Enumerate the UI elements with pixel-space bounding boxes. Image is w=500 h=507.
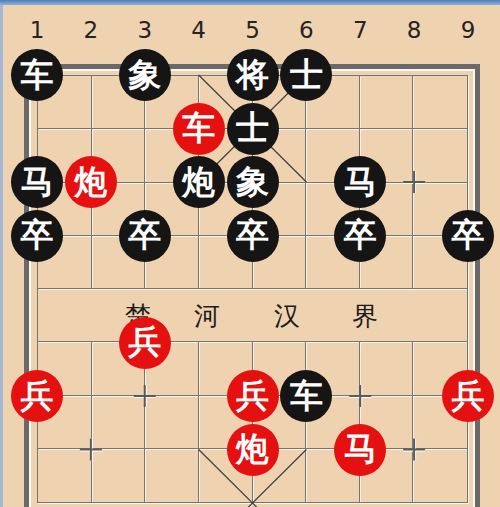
piece-red-cannon[interactable]: 炮 bbox=[227, 424, 279, 476]
piece-black-cannon[interactable]: 炮 bbox=[173, 156, 225, 208]
board-cell bbox=[413, 129, 467, 182]
window-top-border bbox=[0, 0, 500, 5]
piece-black-soldier[interactable]: 卒 bbox=[119, 210, 171, 262]
board-cell bbox=[38, 449, 92, 502]
river-character: 河 bbox=[194, 299, 220, 334]
board-cell bbox=[38, 289, 92, 342]
board-cell bbox=[92, 449, 146, 502]
piece-red-chariot[interactable]: 车 bbox=[173, 103, 225, 155]
piece-black-horse[interactable]: 马 bbox=[334, 156, 386, 208]
river-character: 汉 bbox=[274, 299, 300, 334]
column-label-5: 5 bbox=[245, 17, 260, 43]
piece-red-soldier[interactable]: 兵 bbox=[227, 370, 279, 422]
piece-black-chariot[interactable]: 车 bbox=[11, 49, 63, 101]
board-cell bbox=[413, 449, 467, 502]
piece-black-soldier[interactable]: 卒 bbox=[334, 210, 386, 262]
piece-black-soldier[interactable]: 卒 bbox=[442, 210, 494, 262]
column-label-7: 7 bbox=[353, 17, 368, 43]
piece-red-soldier[interactable]: 兵 bbox=[119, 317, 171, 369]
column-label-4: 4 bbox=[191, 17, 206, 43]
board-cell bbox=[413, 76, 467, 129]
window-left-border bbox=[0, 5, 3, 507]
column-label-9: 9 bbox=[461, 17, 476, 43]
piece-red-horse[interactable]: 马 bbox=[334, 424, 386, 476]
board-cell bbox=[360, 342, 414, 395]
river-character: 界 bbox=[352, 299, 378, 334]
piece-black-elephant[interactable]: 象 bbox=[227, 156, 279, 208]
board-cell bbox=[145, 449, 199, 502]
piece-red-soldier[interactable]: 兵 bbox=[11, 370, 63, 422]
piece-black-soldier[interactable]: 卒 bbox=[227, 210, 279, 262]
column-label-6: 6 bbox=[299, 17, 314, 43]
board-cell bbox=[92, 396, 146, 449]
board-cell bbox=[145, 396, 199, 449]
piece-black-general[interactable]: 将 bbox=[227, 49, 279, 101]
piece-red-soldier[interactable]: 兵 bbox=[442, 370, 494, 422]
piece-black-elephant[interactable]: 象 bbox=[119, 49, 171, 101]
piece-black-advisor[interactable]: 士 bbox=[280, 49, 332, 101]
board-cell bbox=[413, 289, 467, 342]
piece-black-chariot[interactable]: 车 bbox=[280, 370, 332, 422]
column-label-3: 3 bbox=[137, 17, 152, 43]
board-cell bbox=[360, 76, 414, 129]
piece-black-soldier[interactable]: 卒 bbox=[11, 210, 63, 262]
xiangqi-board-page: 123456789 楚河汉界 车象将士车士马炮炮象马卒卒卒卒卒兵兵兵车兵炮马 bbox=[0, 0, 500, 507]
piece-red-cannon[interactable]: 炮 bbox=[65, 156, 117, 208]
column-label-1: 1 bbox=[30, 17, 45, 43]
piece-black-advisor[interactable]: 士 bbox=[227, 103, 279, 155]
column-label-2: 2 bbox=[84, 17, 99, 43]
column-label-8: 8 bbox=[407, 17, 422, 43]
piece-black-horse[interactable]: 马 bbox=[11, 156, 63, 208]
